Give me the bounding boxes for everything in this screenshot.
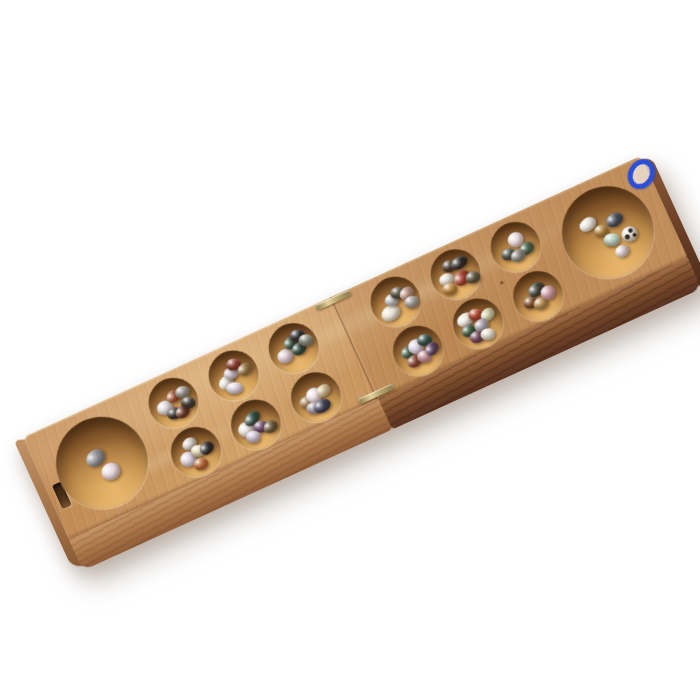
gemstone — [225, 382, 243, 395]
board-top-face — [22, 156, 687, 540]
gemstone — [99, 460, 123, 483]
mancala-product-photo — [0, 0, 700, 700]
wood-knot — [499, 280, 505, 286]
gemstone — [298, 334, 314, 347]
hinge-pin-far — [315, 290, 352, 311]
blue-latch-loop — [622, 154, 660, 194]
gemstone — [245, 430, 261, 444]
gemstone — [619, 223, 640, 243]
mancala-board — [22, 156, 700, 571]
gemstone — [180, 397, 195, 409]
